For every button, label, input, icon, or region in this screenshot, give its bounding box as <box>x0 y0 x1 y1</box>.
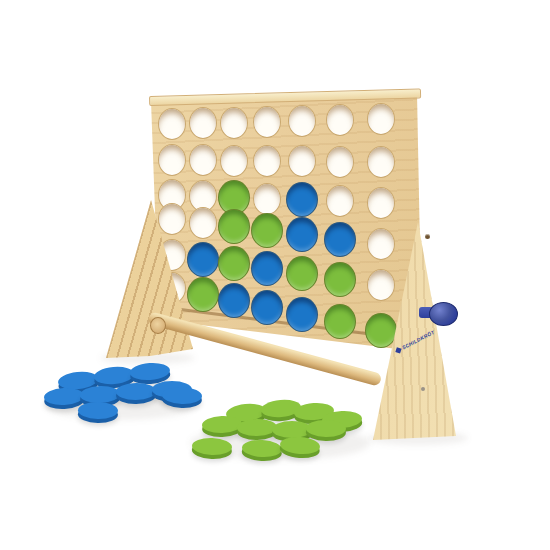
cell-r6c3[interactable] <box>218 283 250 318</box>
cell-r6c2[interactable] <box>187 277 219 312</box>
screw-bottom <box>421 387 425 391</box>
cell-r1c1[interactable] <box>158 108 186 140</box>
green-disc[interactable] <box>192 437 233 455</box>
cell-r4c3[interactable] <box>218 209 250 244</box>
cell-r4c4[interactable] <box>251 213 283 248</box>
cell-r4c7[interactable] <box>367 228 395 260</box>
cell-r4c2[interactable] <box>189 207 217 239</box>
cell-r1c5[interactable] <box>288 105 316 137</box>
product-photo-stage: SCHILDKRÖT <box>0 0 550 550</box>
cell-r2c7[interactable] <box>367 146 395 178</box>
cell-r3c4[interactable] <box>253 183 281 215</box>
cell-r5c5[interactable] <box>286 256 318 291</box>
blue-disc[interactable] <box>78 402 118 420</box>
release-knob[interactable] <box>429 302 458 326</box>
cell-r6c6[interactable] <box>324 304 356 339</box>
cell-r2c3[interactable] <box>220 145 248 177</box>
dowel-end-cap <box>150 317 166 334</box>
cell-r1c6[interactable] <box>326 104 354 136</box>
cell-r2c6[interactable] <box>326 146 354 178</box>
cell-r6c5[interactable] <box>286 297 318 332</box>
cell-r5c2[interactable] <box>187 242 219 277</box>
cell-r3c7[interactable] <box>367 187 395 219</box>
cell-r5c6[interactable] <box>324 262 356 297</box>
cell-r4c6[interactable] <box>324 222 356 257</box>
blue-disc[interactable] <box>129 362 170 382</box>
screw-hole-top <box>425 234 430 239</box>
cell-r2c5[interactable] <box>288 145 316 177</box>
cell-r4c1[interactable] <box>158 203 186 235</box>
cell-r1c4[interactable] <box>253 106 281 138</box>
cell-r6c7[interactable] <box>365 313 397 348</box>
cell-r1c3[interactable] <box>220 107 248 139</box>
green-disc[interactable] <box>306 420 346 438</box>
cell-r1c7[interactable] <box>367 103 395 135</box>
cell-r2c4[interactable] <box>253 145 281 177</box>
cell-r2c1[interactable] <box>158 144 186 176</box>
cell-r4c5[interactable] <box>286 217 318 252</box>
cell-r5c4[interactable] <box>251 251 283 286</box>
cell-r5c7[interactable] <box>367 269 395 301</box>
cell-r6c4[interactable] <box>251 290 283 325</box>
brand-diamond-icon <box>395 347 401 353</box>
